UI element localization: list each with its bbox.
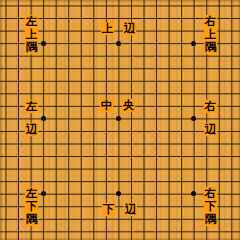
hoshi-point: [41, 41, 46, 46]
hoshi-point: [116, 41, 121, 46]
label-top-right-corner: 右 上 隅: [204, 15, 217, 54]
label-char: 隅: [25, 213, 38, 226]
label-bottom-left-corner: 左 下 隅: [25, 187, 38, 226]
label-char: 辺: [123, 22, 136, 35]
label-char: 上: [101, 22, 114, 35]
label-char: 辺: [124, 203, 137, 216]
hoshi-point: [41, 116, 46, 121]
label-char: 中: [100, 99, 113, 112]
label-char: 左: [25, 100, 38, 113]
label-char: 下: [102, 203, 115, 216]
label-char: 辺: [204, 123, 217, 136]
label-bottom-right-corner: 右 下 隅: [204, 187, 217, 226]
label-bottom-side: 下 辺: [102, 203, 137, 216]
label-char: 隅: [204, 41, 217, 54]
label-left-side: 左 辺: [25, 100, 38, 136]
label-char: 辺: [25, 123, 38, 136]
label-char: 右: [204, 100, 217, 113]
label-char: 隅: [25, 41, 38, 54]
label-char: 央: [122, 99, 135, 112]
go-board[interactable]: 左 上 隅 右 上 隅 左 下 隅 右 下 隅 左 辺 右 辺 上 辺 中 央 …: [0, 0, 240, 240]
label-char: 隅: [204, 213, 217, 226]
label-top-side: 上 辺: [101, 22, 136, 35]
hoshi-point: [116, 116, 121, 121]
label-center: 中 央: [100, 99, 135, 112]
label-right-side: 右 辺: [204, 100, 217, 136]
label-top-left-corner: 左 上 隅: [25, 15, 38, 54]
